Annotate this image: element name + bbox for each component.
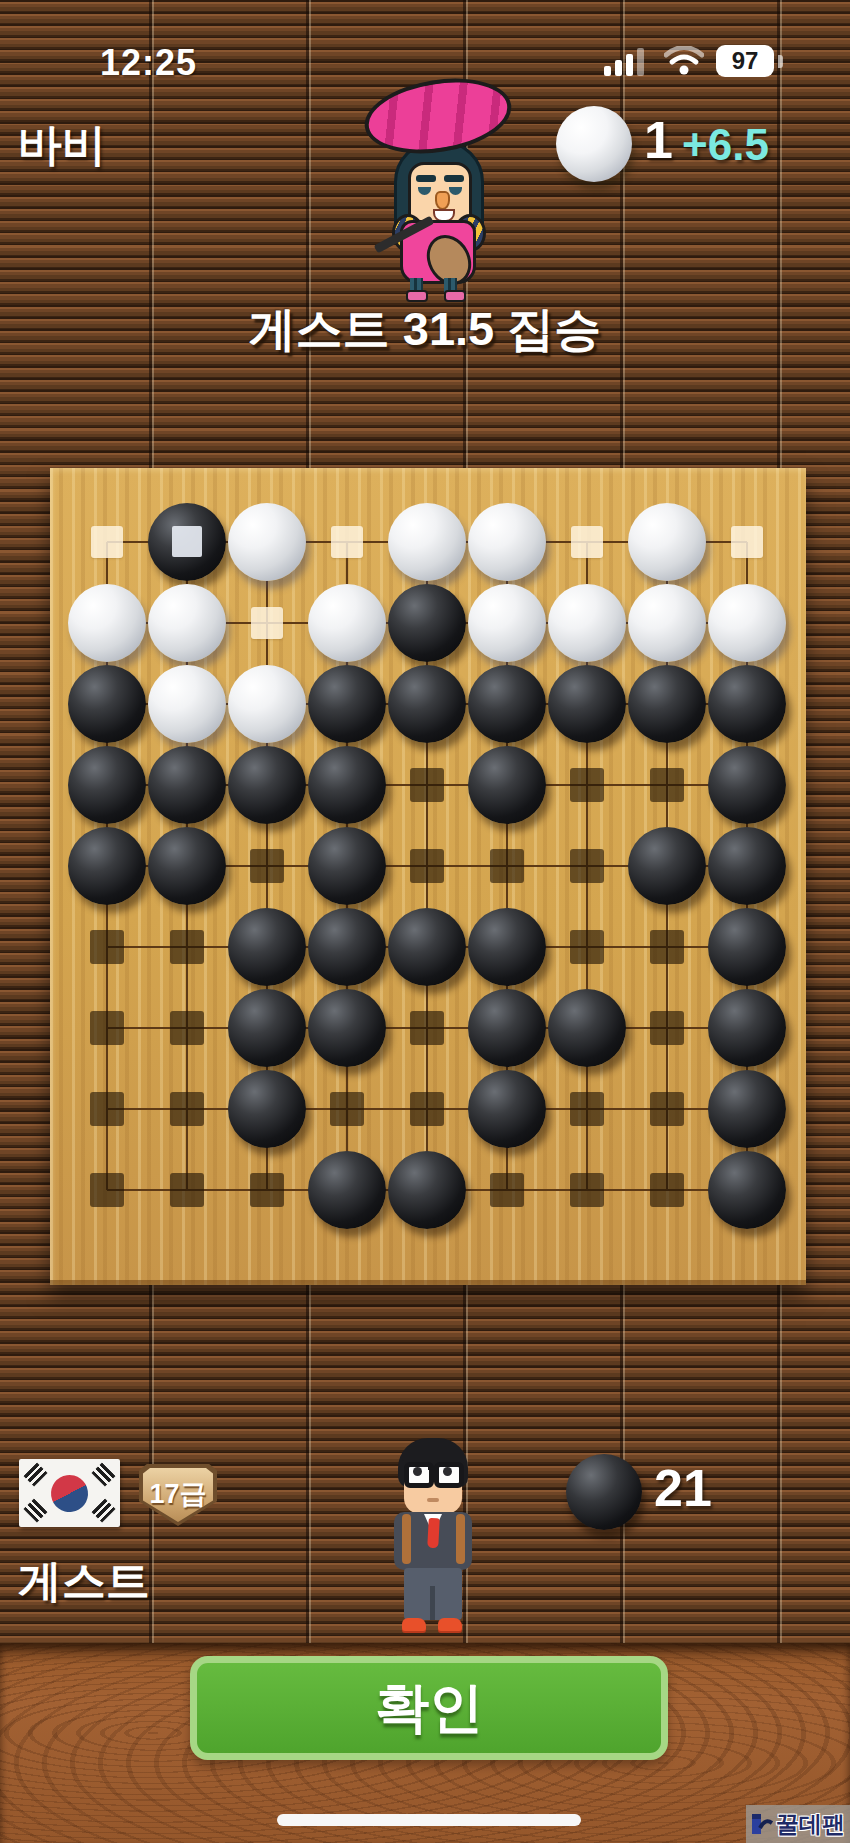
wifi-icon	[664, 46, 704, 80]
black-territory-marker[interactable]	[410, 1092, 444, 1126]
black-territory-marker[interactable]	[650, 1092, 684, 1126]
top-player-avatar	[352, 82, 518, 294]
app-watermark: 꿀데팬	[746, 1805, 850, 1843]
battery-nub	[778, 55, 783, 68]
avatar-beret-hat	[359, 69, 516, 163]
black-stone[interactable]	[388, 665, 466, 743]
white-stone[interactable]	[148, 665, 226, 743]
black-territory-marker[interactable]	[570, 1173, 604, 1207]
white-stone[interactable]	[68, 584, 146, 662]
app-screen: 12:25 97 바비 1 +6.5	[0, 0, 850, 1843]
black-territory-marker[interactable]	[90, 1092, 124, 1126]
white-territory-marker[interactable]	[331, 526, 363, 558]
black-stone[interactable]	[388, 908, 466, 986]
black-stone[interactable]	[228, 746, 306, 824]
avatar-glasses-bridge	[428, 1466, 438, 1470]
black-stone[interactable]	[628, 827, 706, 905]
black-stone[interactable]	[308, 908, 386, 986]
avatar-eye	[413, 1467, 422, 1476]
status-time: 12:25	[100, 42, 197, 84]
white-stone[interactable]	[708, 584, 786, 662]
black-territory-marker[interactable]	[650, 1173, 684, 1207]
rank-badge-inner: 17급	[143, 1468, 213, 1522]
black-stone[interactable]	[468, 665, 546, 743]
watermark-text: 꿀데팬	[776, 1809, 845, 1840]
black-stone[interactable]	[148, 746, 226, 824]
black-territory-marker[interactable]	[250, 1173, 284, 1207]
black-territory-marker[interactable]	[570, 849, 604, 883]
black-territory-marker[interactable]	[170, 930, 204, 964]
avatar-eye	[443, 1467, 452, 1476]
black-stone[interactable]	[468, 746, 546, 824]
white-territory-marker[interactable]	[251, 607, 283, 639]
black-territory-marker[interactable]	[90, 1173, 124, 1207]
battery-icon: 97	[716, 45, 774, 77]
black-territory-marker[interactable]	[170, 1173, 204, 1207]
rank-label: 17급	[149, 1476, 206, 1512]
black-stone[interactable]	[468, 908, 546, 986]
white-stone[interactable]	[628, 584, 706, 662]
avatar-eyebrow	[416, 175, 436, 182]
white-stone[interactable]	[628, 503, 706, 581]
white-capture-stone-icon	[556, 106, 632, 182]
watermark-logo-icon	[751, 1812, 773, 1836]
white-territory-marker[interactable]	[731, 526, 763, 558]
white-territory-marker[interactable]	[91, 526, 123, 558]
black-stone[interactable]	[308, 989, 386, 1067]
black-stone[interactable]	[708, 1151, 786, 1229]
avatar-shoe	[438, 1618, 462, 1631]
black-territory-marker[interactable]	[410, 768, 444, 802]
taegeuk-symbol	[49, 1473, 91, 1515]
home-indicator[interactable]	[277, 1814, 581, 1826]
white-stone[interactable]	[388, 503, 466, 581]
black-territory-marker[interactable]	[410, 849, 444, 883]
black-stone[interactable]	[388, 584, 466, 662]
black-stone[interactable]	[468, 989, 546, 1067]
black-territory-marker[interactable]	[250, 849, 284, 883]
black-stone[interactable]	[68, 746, 146, 824]
avatar-mouth	[427, 1498, 439, 1502]
black-stone[interactable]	[708, 908, 786, 986]
black-territory-marker[interactable]	[650, 930, 684, 964]
black-stone[interactable]	[468, 1070, 546, 1148]
black-territory-marker[interactable]	[570, 768, 604, 802]
black-territory-marker[interactable]	[330, 1092, 364, 1126]
black-territory-marker[interactable]	[410, 1011, 444, 1045]
black-territory-marker[interactable]	[570, 930, 604, 964]
flag-trigram	[91, 1462, 115, 1486]
black-stone[interactable]	[228, 1070, 306, 1148]
white-stone[interactable]	[148, 584, 226, 662]
avatar-backpack-strap	[402, 1514, 411, 1564]
white-stone[interactable]	[468, 503, 546, 581]
avatar-pants-split	[430, 1586, 435, 1620]
black-capture-count: 21	[654, 1458, 712, 1518]
bottom-player-avatar	[372, 1436, 494, 1636]
rank-badge: 17급	[139, 1464, 217, 1526]
white-capture-count: 1	[644, 110, 673, 170]
go-board[interactable]	[50, 468, 806, 1285]
black-stone[interactable]	[68, 827, 146, 905]
black-stone[interactable]	[68, 665, 146, 743]
flag-trigram	[91, 1498, 115, 1522]
black-stone[interactable]	[628, 665, 706, 743]
avatar-eye	[418, 187, 431, 195]
black-stone[interactable]	[708, 989, 786, 1067]
black-territory-marker[interactable]	[90, 1011, 124, 1045]
black-capture-stone-icon	[566, 1454, 642, 1530]
white-territory-overlay	[172, 526, 202, 557]
black-stone[interactable]	[148, 827, 226, 905]
white-stone[interactable]	[228, 665, 306, 743]
battery-percent: 97	[732, 47, 759, 75]
black-stone[interactable]	[708, 827, 786, 905]
white-stone[interactable]	[468, 584, 546, 662]
bottom-player-name: 게스트	[18, 1552, 150, 1611]
black-territory-marker[interactable]	[490, 849, 524, 883]
black-territory-marker[interactable]	[170, 1092, 204, 1126]
komi-value: +6.5	[682, 120, 769, 170]
avatar-eye	[449, 187, 462, 195]
top-player-name: 바비	[18, 116, 106, 175]
black-stone[interactable]	[228, 989, 306, 1067]
flag-trigram	[23, 1498, 47, 1522]
black-stone[interactable]	[708, 1070, 786, 1148]
black-stone[interactable]	[548, 989, 626, 1067]
black-stone[interactable]	[708, 665, 786, 743]
confirm-button-label: 확인	[375, 1672, 483, 1745]
black-stone[interactable]	[548, 665, 626, 743]
avatar-nose	[435, 191, 450, 210]
south-korea-flag	[19, 1459, 120, 1527]
avatar-backpack-strap	[456, 1514, 465, 1564]
avatar-eyebrow	[444, 175, 464, 182]
black-territory-marker[interactable]	[650, 768, 684, 802]
black-territory-marker[interactable]	[650, 1011, 684, 1045]
black-territory-marker[interactable]	[90, 930, 124, 964]
black-stone[interactable]	[308, 827, 386, 905]
black-stone[interactable]	[308, 665, 386, 743]
avatar-shoe	[402, 1618, 426, 1631]
avatar-tie	[427, 1518, 440, 1549]
white-territory-marker[interactable]	[571, 526, 603, 558]
white-stone[interactable]	[548, 584, 626, 662]
black-territory-marker[interactable]	[170, 1011, 204, 1045]
flag-trigram	[23, 1462, 47, 1486]
dead-black-stone[interactable]	[148, 503, 226, 581]
black-stone[interactable]	[308, 746, 386, 824]
confirm-button[interactable]: 확인	[190, 1656, 668, 1760]
black-stone[interactable]	[388, 1151, 466, 1229]
black-stone[interactable]	[228, 908, 306, 986]
black-stone[interactable]	[708, 746, 786, 824]
white-stone[interactable]	[228, 503, 306, 581]
game-result-text: 게스트 31.5 집승	[0, 298, 850, 361]
black-territory-marker[interactable]	[570, 1092, 604, 1126]
black-stone[interactable]	[308, 1151, 386, 1229]
white-stone[interactable]	[308, 584, 386, 662]
black-territory-marker[interactable]	[490, 1173, 524, 1207]
cellular-signal-icon	[604, 48, 650, 76]
